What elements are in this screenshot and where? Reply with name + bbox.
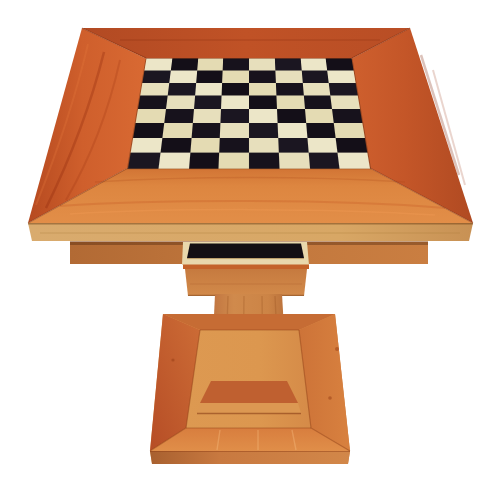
square-h5 (331, 95, 360, 108)
square-a3 (133, 122, 164, 137)
chessboard-grid (128, 58, 370, 168)
square-b1 (158, 152, 190, 168)
square-c2 (190, 137, 220, 152)
square-d2 (219, 137, 249, 152)
square-h8 (326, 58, 354, 70)
square-d7 (222, 70, 249, 82)
square-b3 (162, 122, 192, 137)
square-a8 (144, 58, 172, 70)
square-d5 (221, 95, 249, 108)
square-g4 (305, 109, 335, 123)
square-d8 (223, 58, 249, 70)
square-e1 (249, 152, 279, 168)
square-b7 (169, 70, 197, 82)
square-f7 (275, 70, 302, 82)
square-b6 (167, 82, 195, 95)
square-h2 (336, 137, 367, 152)
square-e8 (249, 58, 275, 70)
square-e6 (249, 82, 276, 95)
drawer-divider-strip (183, 265, 309, 270)
tabletop-edge-band (28, 223, 473, 241)
square-d3 (220, 122, 249, 137)
square-c6 (195, 82, 223, 95)
square-h3 (334, 122, 365, 137)
square-f1 (279, 152, 310, 168)
square-a5 (138, 95, 167, 108)
square-g5 (303, 95, 332, 108)
square-b5 (166, 95, 195, 108)
square-h4 (332, 109, 362, 123)
drawer-front-panel (185, 269, 307, 296)
square-a1 (128, 152, 160, 168)
square-e7 (249, 70, 276, 82)
square-h6 (329, 82, 358, 95)
drawer-opening-slot (187, 244, 304, 259)
square-g7 (301, 70, 329, 82)
chess-table-photo (0, 0, 500, 484)
square-g2 (307, 137, 338, 152)
square-a6 (140, 82, 169, 95)
square-f5 (276, 95, 304, 108)
square-d6 (222, 82, 249, 95)
square-c3 (191, 122, 221, 137)
base-step-bevel (200, 381, 298, 403)
square-c7 (196, 70, 223, 82)
square-f4 (277, 109, 306, 123)
square-e5 (249, 95, 277, 108)
square-g8 (300, 58, 327, 70)
square-f2 (278, 137, 308, 152)
square-d1 (219, 152, 249, 168)
square-h7 (327, 70, 355, 82)
square-a2 (131, 137, 162, 152)
square-g1 (308, 152, 340, 168)
square-c8 (197, 58, 224, 70)
square-c4 (192, 109, 221, 123)
square-a4 (136, 109, 166, 123)
square-g6 (302, 82, 330, 95)
square-f8 (275, 58, 302, 70)
square-g3 (306, 122, 336, 137)
square-b8 (171, 58, 198, 70)
base-step-face (197, 403, 301, 413)
base-bottom-band (150, 451, 350, 464)
square-c1 (189, 152, 220, 168)
square-e2 (249, 137, 279, 152)
square-d4 (221, 109, 249, 123)
square-b4 (164, 109, 194, 123)
square-f3 (277, 122, 307, 137)
square-h1 (338, 152, 370, 168)
square-b2 (160, 137, 191, 152)
square-c5 (194, 95, 222, 108)
square-e4 (249, 109, 277, 123)
square-e3 (249, 122, 278, 137)
square-a7 (142, 70, 170, 82)
square-f6 (276, 82, 304, 95)
